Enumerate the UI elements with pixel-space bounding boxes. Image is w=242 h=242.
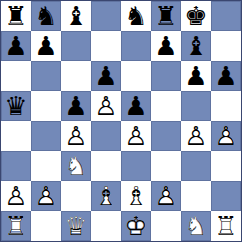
square-h2[interactable]: [211, 181, 241, 211]
black-queen[interactable]: ♛: [1, 91, 31, 121]
piece-glyph: ♟: [31, 31, 61, 61]
piece-outline-glyph: ♗: [121, 181, 151, 211]
square-e1[interactable]: ♚♔: [121, 211, 151, 241]
square-h8[interactable]: [211, 1, 241, 31]
square-b6[interactable]: [31, 61, 61, 91]
square-a1[interactable]: ♜♖: [1, 211, 31, 241]
square-g2[interactable]: [181, 181, 211, 211]
black-bishop[interactable]: ♝: [181, 31, 211, 61]
black-pawn[interactable]: ♟: [211, 61, 241, 91]
piece-glyph: ♛: [1, 91, 31, 121]
white-knight[interactable]: ♞♘: [181, 211, 211, 241]
square-h3[interactable]: [211, 151, 241, 181]
piece-outline-glyph: ♙: [1, 181, 31, 211]
square-h6[interactable]: ♟: [211, 61, 241, 91]
piece-glyph: ♜: [1, 1, 31, 31]
square-f3[interactable]: [151, 151, 181, 181]
piece-glyph: ♝: [61, 1, 91, 31]
square-b3[interactable]: [31, 151, 61, 181]
square-f1[interactable]: [151, 211, 181, 241]
piece-glyph: ♟: [181, 61, 211, 91]
piece-glyph: ♞: [31, 1, 61, 31]
piece-outline-glyph: ♕: [61, 211, 91, 241]
piece-glyph: ♟: [151, 31, 181, 61]
white-pawn[interactable]: ♟♙: [151, 181, 181, 211]
black-rook[interactable]: ♜: [151, 1, 181, 31]
piece-glyph: ♜: [151, 1, 181, 31]
square-a5[interactable]: ♛: [1, 91, 31, 121]
black-bishop[interactable]: ♝: [61, 1, 91, 31]
square-c2[interactable]: [61, 181, 91, 211]
white-king[interactable]: ♚♔: [121, 211, 151, 241]
white-knight[interactable]: ♞♘: [61, 151, 91, 181]
square-c5[interactable]: ♟: [61, 91, 91, 121]
square-a6[interactable]: [1, 61, 31, 91]
square-a7[interactable]: ♟: [1, 31, 31, 61]
black-knight[interactable]: ♞: [31, 1, 61, 31]
square-c3[interactable]: ♞♘: [61, 151, 91, 181]
square-b1[interactable]: [31, 211, 61, 241]
white-pawn[interactable]: ♟♙: [211, 121, 241, 151]
square-b7[interactable]: ♟: [31, 31, 61, 61]
square-e4[interactable]: ♟♙: [121, 121, 151, 151]
square-b8[interactable]: ♞: [31, 1, 61, 31]
square-h4[interactable]: ♟♙: [211, 121, 241, 151]
piece-outline-glyph: ♙: [91, 91, 121, 121]
chess-board: ♜♞♝♞♜♚♟♟♟♝♟♟♟♛♟♟♙♟♟♙♟♙♟♙♟♙♞♘♟♙♟♙♝♗♝♗♟♙♜♖…: [0, 0, 242, 242]
square-d5[interactable]: ♟♙: [91, 91, 121, 121]
black-pawn[interactable]: ♟: [91, 61, 121, 91]
square-g4[interactable]: ♟♙: [181, 121, 211, 151]
square-c4[interactable]: ♟♙: [61, 121, 91, 151]
square-c6[interactable]: [61, 61, 91, 91]
square-f2[interactable]: ♟♙: [151, 181, 181, 211]
piece-outline-glyph: ♖: [1, 211, 31, 241]
piece-outline-glyph: ♗: [91, 181, 121, 211]
square-g5[interactable]: [181, 91, 211, 121]
square-b4[interactable]: [31, 121, 61, 151]
white-rook[interactable]: ♜♖: [211, 211, 241, 241]
square-f4[interactable]: [151, 121, 181, 151]
square-f5[interactable]: [151, 91, 181, 121]
black-pawn[interactable]: ♟: [61, 91, 91, 121]
square-e8[interactable]: ♞: [121, 1, 151, 31]
piece-glyph: ♟: [211, 61, 241, 91]
square-d1[interactable]: [91, 211, 121, 241]
square-c8[interactable]: ♝: [61, 1, 91, 31]
black-pawn[interactable]: ♟: [121, 91, 151, 121]
piece-outline-glyph: ♙: [151, 181, 181, 211]
square-d7[interactable]: [91, 31, 121, 61]
piece-outline-glyph: ♔: [121, 211, 151, 241]
piece-outline-glyph: ♘: [181, 211, 211, 241]
square-e5[interactable]: ♟: [121, 91, 151, 121]
black-pawn[interactable]: ♟: [181, 61, 211, 91]
white-pawn[interactable]: ♟♙: [1, 181, 31, 211]
square-h1[interactable]: ♜♖: [211, 211, 241, 241]
square-g6[interactable]: ♟: [181, 61, 211, 91]
square-d4[interactable]: [91, 121, 121, 151]
piece-outline-glyph: ♙: [61, 121, 91, 151]
piece-outline-glyph: ♙: [181, 121, 211, 151]
white-pawn[interactable]: ♟♙: [181, 121, 211, 151]
piece-glyph: ♟: [61, 91, 91, 121]
square-c1[interactable]: ♛♕: [61, 211, 91, 241]
square-e2[interactable]: ♝♗: [121, 181, 151, 211]
square-g3[interactable]: [181, 151, 211, 181]
square-g7[interactable]: ♝: [181, 31, 211, 61]
square-d2[interactable]: ♝♗: [91, 181, 121, 211]
square-h7[interactable]: [211, 31, 241, 61]
square-f6[interactable]: [151, 61, 181, 91]
square-h5[interactable]: [211, 91, 241, 121]
piece-glyph: ♟: [1, 31, 31, 61]
white-pawn[interactable]: ♟♙: [61, 121, 91, 151]
square-b5[interactable]: [31, 91, 61, 121]
square-e6[interactable]: [121, 61, 151, 91]
piece-outline-glyph: ♙: [121, 121, 151, 151]
square-a8[interactable]: ♜: [1, 1, 31, 31]
white-pawn[interactable]: ♟♙: [91, 91, 121, 121]
square-b2[interactable]: ♟♙: [31, 181, 61, 211]
square-a3[interactable]: [1, 151, 31, 181]
square-g8[interactable]: ♚: [181, 1, 211, 31]
white-bishop[interactable]: ♝♗: [121, 181, 151, 211]
black-pawn[interactable]: ♟: [31, 31, 61, 61]
square-d3[interactable]: [91, 151, 121, 181]
piece-outline-glyph: ♙: [211, 121, 241, 151]
piece-glyph: ♟: [91, 61, 121, 91]
square-e3[interactable]: [121, 151, 151, 181]
white-rook[interactable]: ♜♖: [1, 211, 31, 241]
white-pawn[interactable]: ♟♙: [121, 121, 151, 151]
black-king[interactable]: ♚: [181, 1, 211, 31]
square-a4[interactable]: [1, 121, 31, 151]
black-pawn[interactable]: ♟: [151, 31, 181, 61]
black-rook[interactable]: ♜: [1, 1, 31, 31]
black-pawn[interactable]: ♟: [1, 31, 31, 61]
square-f7[interactable]: ♟: [151, 31, 181, 61]
piece-outline-glyph: ♖: [211, 211, 241, 241]
square-a2[interactable]: ♟♙: [1, 181, 31, 211]
piece-outline-glyph: ♙: [31, 181, 61, 211]
piece-glyph: ♞: [121, 1, 151, 31]
piece-glyph: ♝: [181, 31, 211, 61]
square-f8[interactable]: ♜: [151, 1, 181, 31]
square-d8[interactable]: [91, 1, 121, 31]
black-knight[interactable]: ♞: [121, 1, 151, 31]
white-pawn[interactable]: ♟♙: [31, 181, 61, 211]
white-bishop[interactable]: ♝♗: [91, 181, 121, 211]
piece-glyph: ♟: [121, 91, 151, 121]
piece-glyph: ♚: [181, 1, 211, 31]
square-d6[interactable]: ♟: [91, 61, 121, 91]
square-e7[interactable]: [121, 31, 151, 61]
square-g1[interactable]: ♞♘: [181, 211, 211, 241]
piece-outline-glyph: ♘: [61, 151, 91, 181]
white-queen[interactable]: ♛♕: [61, 211, 91, 241]
square-c7[interactable]: [61, 31, 91, 61]
